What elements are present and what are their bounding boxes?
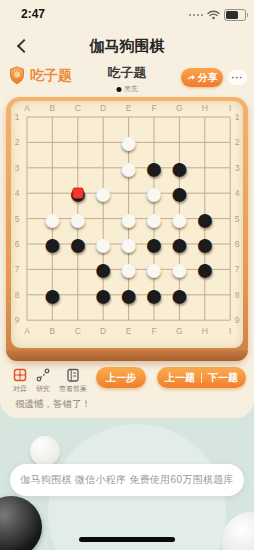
- coord-label: A: [24, 326, 30, 336]
- share-button[interactable]: 分享: [181, 68, 223, 87]
- coord-label: 7: [15, 264, 20, 274]
- status-time: 2:47: [21, 7, 45, 21]
- board-game-icon: [13, 368, 27, 382]
- prev-problem-button[interactable]: 上一题: [165, 371, 195, 385]
- coord-label: 5: [15, 214, 20, 224]
- coord-label: B: [50, 103, 56, 113]
- tool-research[interactable]: 研究: [36, 368, 50, 394]
- stone-E3-white: ●: [117, 156, 141, 180]
- coord-label: E: [126, 326, 132, 336]
- last-move-marker: [72, 188, 83, 199]
- button-divider: [201, 373, 202, 383]
- turn-indicator: 黑先: [108, 84, 147, 94]
- coord-label: 3: [15, 163, 20, 173]
- coord-label: 4: [15, 188, 20, 198]
- share-label: 分享: [198, 71, 218, 85]
- stone-E8-black: ●: [117, 283, 141, 307]
- coord-label: E: [126, 103, 132, 113]
- problem-switch-button: 上一题 下一题: [157, 367, 246, 388]
- coord-label: F: [151, 326, 156, 336]
- next-problem-button[interactable]: 下一题: [208, 371, 238, 385]
- coord-label: B: [50, 326, 56, 336]
- battery-icon: [224, 9, 246, 21]
- coord-label: 4: [235, 188, 240, 198]
- coord-label: 8: [15, 290, 20, 300]
- puzzle-type-label: 吃子题: [30, 67, 72, 85]
- coord-label: C: [75, 103, 81, 113]
- coord-label: 1: [15, 112, 20, 122]
- coord-label: D: [100, 326, 106, 336]
- answer-document-icon: [66, 368, 80, 382]
- coord-label: 2: [235, 137, 240, 147]
- chevron-left-icon: [16, 39, 30, 53]
- stone-D4-white: ●: [91, 181, 115, 205]
- branch-nodes-icon: [36, 368, 50, 382]
- coord-label: 7: [235, 264, 240, 274]
- puzzle-type-badge: 吃子题: [8, 66, 72, 85]
- share-arrow-icon: [187, 73, 196, 82]
- coord-label: 1: [235, 112, 240, 122]
- board-frame: AABBCCDDEEFFGGHHII112233445566778899●●●●…: [6, 97, 248, 361]
- coord-label: 8: [235, 290, 240, 300]
- coord-label: I: [229, 326, 231, 336]
- coord-label: 6: [235, 239, 240, 249]
- coord-label: D: [100, 103, 106, 113]
- puzzle-title: 吃子题: [108, 64, 147, 82]
- coord-label: F: [151, 103, 156, 113]
- coord-label: A: [24, 103, 30, 113]
- page-title: 伽马狗围棋: [90, 37, 165, 56]
- tool-bar: 对弈 研究 查看答案: [13, 368, 87, 394]
- coord-label: 9: [235, 315, 240, 325]
- coord-label: I: [229, 103, 231, 113]
- black-stone-icon: [116, 87, 121, 92]
- stone-G8-black: ●: [167, 283, 191, 307]
- tool-play-label: 对弈: [13, 384, 27, 394]
- coord-label: 9: [15, 315, 20, 325]
- prev-step-button[interactable]: 上一步: [96, 367, 146, 388]
- coord-label: G: [176, 326, 183, 336]
- promo-banner[interactable]: 伽马狗围棋 微信小程序 免费使用60万围棋题库: [10, 464, 244, 496]
- tool-play[interactable]: 对弈: [13, 368, 27, 394]
- turn-label: 黑先: [124, 84, 138, 94]
- coord-label: G: [176, 103, 183, 113]
- coord-label: H: [202, 103, 208, 113]
- board[interactable]: AABBCCDDEEFFGGHHII112233445566778899●●●●…: [11, 101, 243, 348]
- stone-B8-black: ●: [40, 283, 64, 307]
- coord-label: H: [202, 326, 208, 336]
- decor-black-stone: [0, 496, 42, 550]
- coord-label: 2: [15, 137, 20, 147]
- stone-D8-black: ●: [91, 283, 115, 307]
- back-button[interactable]: [12, 36, 32, 56]
- app-screen: 伽马狗围棋 微信小程序 免费使用60万围棋题库 2:47 伽马狗围棋: [0, 0, 254, 550]
- board-header: 吃子题 黑先: [108, 64, 147, 94]
- home-indicator: [79, 537, 175, 542]
- nav-buttons: 上一步 上一题 下一题: [96, 367, 246, 388]
- result-text: 很遗憾，答错了！: [15, 398, 91, 411]
- coord-label: 5: [235, 214, 240, 224]
- top-sheet: 2:47 伽马狗围棋 吃子题: [0, 0, 254, 418]
- tool-view-answer[interactable]: 查看答案: [59, 368, 87, 394]
- stone-B6-black: ●: [40, 232, 64, 256]
- cellular-signal-icon: [189, 14, 204, 17]
- decor-white-stone-corner: [222, 512, 254, 550]
- stone-H7-black: ●: [193, 257, 217, 281]
- stone-C6-black: ●: [66, 232, 90, 256]
- more-button[interactable]: ···: [228, 70, 247, 85]
- tool-research-label: 研究: [36, 384, 50, 394]
- decor-white-stone-small: [30, 436, 60, 466]
- stone-F8-black: ●: [142, 283, 166, 307]
- coord-label: C: [75, 326, 81, 336]
- tool-view-answer-label: 查看答案: [59, 384, 87, 394]
- status-icons: [189, 9, 247, 21]
- shield-icon: [8, 66, 26, 85]
- coord-label: 6: [15, 239, 20, 249]
- coord-label: 3: [235, 163, 240, 173]
- wifi-icon: [207, 10, 220, 20]
